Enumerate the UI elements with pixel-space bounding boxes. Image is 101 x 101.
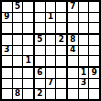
cell-r4c1[interactable] [2, 35, 12, 45]
cell-r8c1[interactable] [2, 79, 12, 89]
cell-r4c7: 8 [68, 35, 78, 45]
cell-r9c2: 8 [13, 89, 23, 99]
cell-r5c4[interactable] [35, 46, 45, 56]
cell-r7c8: 1 [79, 68, 89, 78]
cell-r6c6[interactable] [56, 56, 66, 66]
cell-r2c2[interactable] [13, 13, 23, 23]
cell-r5c3[interactable] [23, 46, 33, 56]
cell-r7c6[interactable] [56, 68, 66, 78]
cell-r9c9[interactable] [89, 89, 99, 99]
cell-r2c9[interactable] [89, 13, 99, 23]
cell-r7c4: 6 [35, 68, 45, 78]
cell-r5c2[interactable] [13, 46, 23, 56]
cell-r6c3: 1 [23, 56, 33, 66]
cell-r7c2[interactable] [13, 68, 23, 78]
cell-r1c7: 7 [68, 2, 78, 12]
cell-r5c1: 3 [2, 46, 12, 56]
cell-r9c7[interactable] [68, 89, 78, 99]
sudoku-box-3: 7 [68, 2, 99, 33]
cell-r2c3[interactable] [23, 13, 33, 23]
cell-r6c1[interactable] [2, 56, 12, 66]
cell-r7c1[interactable] [2, 68, 12, 78]
cell-r3c5[interactable] [46, 23, 56, 33]
cell-r7c9: 9 [89, 68, 99, 78]
cell-r9c8[interactable] [79, 89, 89, 99]
cell-r4c4: 5 [35, 35, 45, 45]
cell-r3c8[interactable] [79, 23, 89, 33]
cell-r3c3[interactable] [23, 23, 33, 33]
cell-r8c5: 7 [46, 79, 56, 89]
cell-r4c8[interactable] [79, 35, 89, 45]
cell-r1c6[interactable] [56, 2, 66, 12]
cell-r1c4[interactable] [35, 2, 45, 12]
cell-r3c9[interactable] [89, 23, 99, 33]
cell-r5c6[interactable] [56, 46, 66, 56]
cell-r1c5[interactable] [46, 2, 56, 12]
cell-r8c2[interactable] [13, 79, 23, 89]
cell-r2c5: 1 [46, 13, 56, 23]
sudoku-box-1: 59 [2, 2, 33, 33]
cell-r6c2[interactable] [13, 56, 23, 66]
cell-r9c3[interactable] [23, 89, 33, 99]
sudoku-box-7: 8 [2, 68, 33, 99]
cell-r4c5[interactable] [46, 35, 56, 45]
cell-r1c3[interactable] [23, 2, 33, 12]
cell-r1c1[interactable] [2, 2, 12, 12]
cell-r2c1: 9 [2, 13, 12, 23]
sudoku-box-2: 1 [35, 2, 66, 33]
cell-r4c6: 2 [56, 35, 66, 45]
cell-r8c3[interactable] [23, 79, 33, 89]
cell-r8c9[interactable] [89, 79, 99, 89]
sudoku-box-5: 52 [35, 35, 66, 66]
cell-r3c6[interactable] [56, 23, 66, 33]
cell-r2c8[interactable] [79, 13, 89, 23]
cell-r8c8: 3 [79, 79, 89, 89]
cell-r9c5[interactable] [46, 89, 56, 99]
cell-r3c4[interactable] [35, 23, 45, 33]
cell-r2c6[interactable] [56, 13, 66, 23]
cell-r4c2[interactable] [13, 35, 23, 45]
sudoku-box-4: 31 [2, 35, 33, 66]
sudoku-board: 59173152848672193 [0, 0, 101, 101]
cell-r7c3[interactable] [23, 68, 33, 78]
cell-r1c2: 5 [13, 2, 23, 12]
sudoku-box-9: 193 [68, 68, 99, 99]
cell-r6c5[interactable] [46, 56, 56, 66]
sudoku-box-8: 672 [35, 68, 66, 99]
cell-r3c7[interactable] [68, 23, 78, 33]
cell-r6c9[interactable] [89, 56, 99, 66]
cell-r5c5[interactable] [46, 46, 56, 56]
cell-r8c7[interactable] [68, 79, 78, 89]
cell-r5c7: 4 [68, 46, 78, 56]
cell-r4c9[interactable] [89, 35, 99, 45]
cell-r2c7[interactable] [68, 13, 78, 23]
cell-r9c1[interactable] [2, 89, 12, 99]
cell-r2c4[interactable] [35, 13, 45, 23]
cell-r9c4: 2 [35, 89, 45, 99]
cell-r6c7[interactable] [68, 56, 78, 66]
cell-r3c1[interactable] [2, 23, 12, 33]
cell-r5c9[interactable] [89, 46, 99, 56]
cell-r8c4[interactable] [35, 79, 45, 89]
sudoku-box-6: 84 [68, 35, 99, 66]
cell-r1c8[interactable] [79, 2, 89, 12]
cell-r7c7[interactable] [68, 68, 78, 78]
cell-r1c9[interactable] [89, 2, 99, 12]
cell-r5c8[interactable] [79, 46, 89, 56]
cell-r6c8[interactable] [79, 56, 89, 66]
cell-r7c5[interactable] [46, 68, 56, 78]
cell-r6c4[interactable] [35, 56, 45, 66]
cell-r9c6[interactable] [56, 89, 66, 99]
cell-r3c2[interactable] [13, 23, 23, 33]
cell-r4c3[interactable] [23, 35, 33, 45]
cell-r8c6[interactable] [56, 79, 66, 89]
